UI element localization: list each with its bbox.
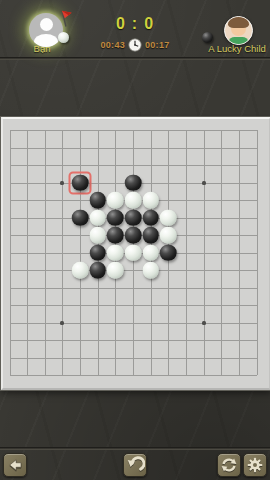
timers: 00:43 00:17 — [75, 38, 195, 52]
stone-black — [90, 245, 107, 262]
stone-white — [72, 262, 89, 279]
stone-white — [107, 192, 124, 209]
grid-line — [10, 358, 257, 359]
stone-white — [90, 227, 107, 244]
stone-white — [107, 245, 124, 262]
grid-line — [10, 270, 257, 271]
score-left: 0 — [116, 15, 125, 33]
right-player-name: A Lucky Child — [197, 43, 270, 54]
person-silhouette-icon — [40, 18, 53, 31]
score-right: 0 — [144, 15, 153, 33]
grid-line — [186, 130, 187, 375]
star-point — [60, 181, 64, 185]
stone-black — [107, 210, 124, 227]
stone-black — [90, 192, 107, 209]
stone-black — [125, 227, 142, 244]
bottom-groove — [0, 447, 270, 450]
score-colon: : — [132, 15, 137, 33]
stone-white — [90, 210, 107, 227]
clock-icon — [128, 38, 142, 52]
stone-black — [143, 227, 160, 244]
stone-white — [125, 245, 142, 262]
left-player-timer: 00:43 — [100, 40, 125, 50]
grid-line — [10, 323, 257, 324]
circular-arrows-icon — [220, 456, 238, 474]
right-player-avatar[interactable] — [224, 16, 253, 45]
undo-button[interactable] — [123, 453, 147, 477]
stone-black — [72, 210, 89, 227]
grid-line — [10, 375, 257, 376]
stone-white — [160, 227, 177, 244]
right-player-timer: 00:17 — [145, 40, 170, 50]
top-groove — [0, 57, 270, 60]
star-point — [202, 321, 206, 325]
stone-black — [125, 210, 142, 227]
back-button[interactable] — [3, 453, 27, 477]
stone-black — [125, 175, 142, 192]
stone-black — [160, 245, 177, 262]
settings-button[interactable] — [243, 453, 267, 477]
stone-white — [160, 210, 177, 227]
stone-white — [143, 192, 160, 209]
right-player-stone-black — [202, 32, 213, 43]
top-bar: Bạn 0:0 00:43 00:17 A Lucky Child — [0, 0, 270, 57]
left-player-avatar[interactable] — [29, 13, 63, 47]
stone-white — [143, 245, 160, 262]
grid-line — [10, 288, 257, 289]
gear-icon — [246, 456, 264, 474]
grid-line — [257, 130, 258, 375]
left-player-stone-white — [58, 32, 69, 43]
board-grid — [10, 130, 257, 375]
arrow-left-icon — [6, 456, 24, 474]
grid-line — [221, 130, 222, 375]
game-board[interactable] — [1, 117, 270, 390]
star-point — [202, 181, 206, 185]
star-point — [60, 321, 64, 325]
restart-button[interactable] — [217, 453, 241, 477]
stone-black — [143, 210, 160, 227]
grid-line — [239, 130, 240, 375]
grid-line — [10, 340, 257, 341]
gomoku-app: Bạn 0:0 00:43 00:17 A Lucky Child — [0, 0, 270, 480]
grid-line — [10, 305, 257, 306]
stone-black — [107, 227, 124, 244]
stone-black — [90, 262, 107, 279]
left-player-name: Bạn — [12, 43, 72, 54]
stone-black — [72, 175, 89, 192]
undo-arrow-icon — [126, 456, 145, 475]
stone-white — [107, 262, 124, 279]
grid-line — [204, 130, 205, 375]
stone-white — [143, 262, 160, 279]
red-flag-icon — [60, 10, 73, 28]
stone-white — [125, 192, 142, 209]
score: 0:0 — [94, 15, 175, 33]
